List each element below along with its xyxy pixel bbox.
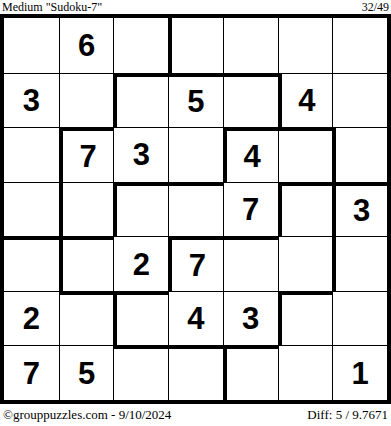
- given-digit: 7: [189, 250, 206, 281]
- sudoku-cell-r3c2: 7: [59, 127, 114, 182]
- sudoku-cell-r1c5[interactable]: [223, 18, 278, 73]
- sudoku-cell-r4c6[interactable]: [278, 182, 333, 237]
- sudoku-cell-r2c4: 5: [168, 73, 223, 128]
- sudoku-cell-r7c4[interactable]: [168, 345, 223, 400]
- given-digit: 3: [133, 139, 150, 170]
- given-digit: 4: [244, 141, 261, 172]
- sudoku-cell-r3c6[interactable]: [278, 127, 333, 182]
- sudoku-cell-r3c3: 3: [113, 127, 168, 182]
- sudoku-cell-r5c3: 2: [113, 236, 168, 291]
- sudoku-cell-r1c6[interactable]: [278, 18, 333, 73]
- sudoku-cell-r1c3[interactable]: [113, 18, 168, 73]
- given-digit: 7: [23, 358, 40, 389]
- given-digit: 5: [187, 86, 204, 117]
- header-bar: Medium "Sudoku-7" 32/49: [0, 0, 391, 14]
- sudoku-cell-r5c4: 7: [168, 236, 223, 291]
- sudoku-grid: 63547347327243751: [0, 14, 391, 404]
- sudoku-cell-r3c7[interactable]: [332, 127, 387, 182]
- sudoku-cell-r2c2[interactable]: [59, 73, 114, 128]
- sudoku-cell-r4c2[interactable]: [59, 182, 114, 237]
- given-digit: 3: [23, 85, 40, 116]
- sudoku-cell-r5c1[interactable]: [4, 236, 59, 291]
- sudoku-cell-r6c5: 3: [223, 291, 278, 346]
- given-digit: 2: [133, 249, 150, 280]
- footer-bar: ©grouppuzzles.com - 9/10/2024 Diff: 5 / …: [0, 404, 391, 426]
- sudoku-cell-r1c7[interactable]: [332, 18, 387, 73]
- sudoku-cell-r2c5[interactable]: [223, 73, 278, 128]
- sudoku-cell-r6c7[interactable]: [332, 291, 387, 346]
- sudoku-cell-r7c5[interactable]: [223, 345, 278, 400]
- sudoku-cell-r4c5: 7: [223, 182, 278, 237]
- sudoku-cell-r6c2[interactable]: [59, 291, 114, 346]
- given-digit: 2: [23, 303, 40, 334]
- sudoku-cell-r7c1: 7: [4, 345, 59, 400]
- sudoku-cell-r3c5: 4: [223, 127, 278, 182]
- given-digit: 3: [242, 303, 259, 334]
- sudoku-cell-r4c3[interactable]: [113, 182, 168, 237]
- puzzle-title: Medium "Sudoku-7": [2, 1, 102, 14]
- sudoku-cell-r5c2[interactable]: [59, 236, 114, 291]
- sudoku-cell-r6c6[interactable]: [278, 291, 333, 346]
- given-digit: 5: [78, 358, 95, 389]
- sudoku-cell-r5c7[interactable]: [332, 236, 387, 291]
- sudoku-cell-r2c6: 4: [278, 73, 333, 128]
- sudoku-cell-r7c2: 5: [59, 345, 114, 400]
- sudoku-cell-r6c1: 2: [4, 291, 59, 346]
- sudoku-cell-r2c7[interactable]: [332, 73, 387, 128]
- given-digit: 1: [352, 358, 369, 389]
- sudoku-cell-r4c1[interactable]: [4, 182, 59, 237]
- sudoku-cell-r3c4[interactable]: [168, 127, 223, 182]
- difficulty-label: Diff: 5 / 9.7671: [307, 407, 388, 423]
- sudoku-cell-r7c7: 1: [332, 345, 387, 400]
- sudoku-cell-r1c2: 6: [59, 18, 114, 73]
- sudoku-cell-r1c1[interactable]: [4, 18, 59, 73]
- sudoku-cell-r1c4[interactable]: [168, 18, 223, 73]
- sudoku-cell-r3c1[interactable]: [4, 127, 59, 182]
- given-digit: 7: [242, 194, 259, 225]
- sudoku-cell-r5c6[interactable]: [278, 236, 333, 291]
- sudoku-cell-r5c5[interactable]: [223, 236, 278, 291]
- copyright-credit: ©grouppuzzles.com - 9/10/2024: [3, 407, 171, 423]
- given-digit: 4: [298, 85, 315, 116]
- remaining-counter: 32/49: [362, 1, 389, 14]
- sudoku-cell-r2c1: 3: [4, 73, 59, 128]
- sudoku-cell-r4c4[interactable]: [168, 182, 223, 237]
- given-digit: 7: [79, 141, 96, 172]
- given-digit: 4: [187, 303, 204, 334]
- sudoku-cell-r6c4: 4: [168, 291, 223, 346]
- given-digit: 6: [78, 30, 95, 61]
- sudoku-cell-r2c3[interactable]: [113, 73, 168, 128]
- sudoku-cell-r7c6[interactable]: [278, 345, 333, 400]
- sudoku-cell-r6c3[interactable]: [113, 291, 168, 346]
- sudoku-cell-r7c3[interactable]: [113, 345, 168, 400]
- sudoku-cell-r4c7: 3: [332, 182, 387, 237]
- given-digit: 3: [353, 195, 370, 226]
